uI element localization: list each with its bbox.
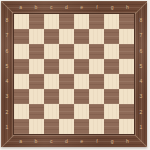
coordinate-label-8: 8 [135,13,147,28]
square-e7[interactable] [74,29,89,44]
square-h5[interactable] [119,59,134,74]
coordinate-label-7: 7 [1,28,13,43]
square-b8[interactable] [29,14,44,29]
file-labels-bottom: abcdefgh [13,135,135,147]
coordinate-label-3: 3 [135,89,147,104]
rank-labels-right: 87654321 [135,13,147,135]
coordinate-label-5: 5 [135,59,147,74]
square-c8[interactable] [44,14,59,29]
coordinate-label-c: c [44,135,59,147]
square-g7[interactable] [104,29,119,44]
square-a3[interactable] [14,89,29,104]
coordinate-label-4: 4 [1,74,13,89]
square-e3[interactable] [74,89,89,104]
square-c6[interactable] [44,44,59,59]
coordinate-label-7: 7 [135,28,147,43]
coordinate-label-1: 1 [135,120,147,135]
square-e8[interactable] [74,14,89,29]
square-g8[interactable] [104,14,119,29]
square-g2[interactable] [104,104,119,119]
square-b3[interactable] [29,89,44,104]
coordinate-label-4: 4 [135,74,147,89]
square-c7[interactable] [44,29,59,44]
square-g6[interactable] [104,44,119,59]
coordinate-label-a: a [13,135,28,147]
square-e6[interactable] [74,44,89,59]
square-d2[interactable] [59,104,74,119]
square-d1[interactable] [59,119,74,134]
square-c2[interactable] [44,104,59,119]
square-h6[interactable] [119,44,134,59]
file-labels-top: abcdefgh [13,1,135,13]
square-f1[interactable] [89,119,104,134]
square-d4[interactable] [59,74,74,89]
chess-board: abcdefgh abcdefgh 87654321 87654321 [1,1,147,147]
square-a8[interactable] [14,14,29,29]
square-f7[interactable] [89,29,104,44]
square-h8[interactable] [119,14,134,29]
square-f4[interactable] [89,74,104,89]
square-c3[interactable] [44,89,59,104]
coordinate-label-f: f [89,135,104,147]
square-b7[interactable] [29,29,44,44]
square-d7[interactable] [59,29,74,44]
coordinate-label-h: h [120,135,135,147]
square-f5[interactable] [89,59,104,74]
square-d3[interactable] [59,89,74,104]
square-a5[interactable] [14,59,29,74]
square-a2[interactable] [14,104,29,119]
coordinate-label-8: 8 [1,13,13,28]
square-h2[interactable] [119,104,134,119]
coordinate-label-b: b [28,1,43,13]
square-d8[interactable] [59,14,74,29]
square-e1[interactable] [74,119,89,134]
square-h7[interactable] [119,29,134,44]
square-g5[interactable] [104,59,119,74]
coordinate-label-d: d [59,135,74,147]
square-g3[interactable] [104,89,119,104]
coordinate-label-e: e [74,135,89,147]
square-g4[interactable] [104,74,119,89]
square-a4[interactable] [14,74,29,89]
square-f8[interactable] [89,14,104,29]
coordinate-label-b: b [28,135,43,147]
square-b5[interactable] [29,59,44,74]
square-h3[interactable] [119,89,134,104]
square-f3[interactable] [89,89,104,104]
square-b6[interactable] [29,44,44,59]
square-c4[interactable] [44,74,59,89]
square-d5[interactable] [59,59,74,74]
square-f6[interactable] [89,44,104,59]
coordinate-label-c: c [44,1,59,13]
square-h1[interactable] [119,119,134,134]
coordinate-label-5: 5 [1,59,13,74]
square-g1[interactable] [104,119,119,134]
square-b1[interactable] [29,119,44,134]
playing-area [13,13,135,135]
coordinate-label-d: d [59,1,74,13]
rank-labels-left: 87654321 [1,13,13,135]
coordinate-label-g: g [105,1,120,13]
square-c1[interactable] [44,119,59,134]
square-h4[interactable] [119,74,134,89]
square-b4[interactable] [29,74,44,89]
coordinate-label-g: g [105,135,120,147]
square-e2[interactable] [74,104,89,119]
coordinate-label-1: 1 [1,120,13,135]
square-a6[interactable] [14,44,29,59]
coordinate-label-h: h [120,1,135,13]
coordinate-label-2: 2 [1,105,13,120]
coordinate-label-a: a [13,1,28,13]
square-f2[interactable] [89,104,104,119]
coordinate-label-3: 3 [1,89,13,104]
coordinate-label-6: 6 [1,44,13,59]
square-e4[interactable] [74,74,89,89]
coordinate-label-f: f [89,1,104,13]
coordinate-label-6: 6 [135,44,147,59]
square-a7[interactable] [14,29,29,44]
square-b2[interactable] [29,104,44,119]
square-a1[interactable] [14,119,29,134]
coordinate-label-e: e [74,1,89,13]
square-d6[interactable] [59,44,74,59]
square-c5[interactable] [44,59,59,74]
photo-background: abcdefgh abcdefgh 87654321 87654321 [0,0,150,150]
coordinate-label-2: 2 [135,105,147,120]
square-e5[interactable] [74,59,89,74]
